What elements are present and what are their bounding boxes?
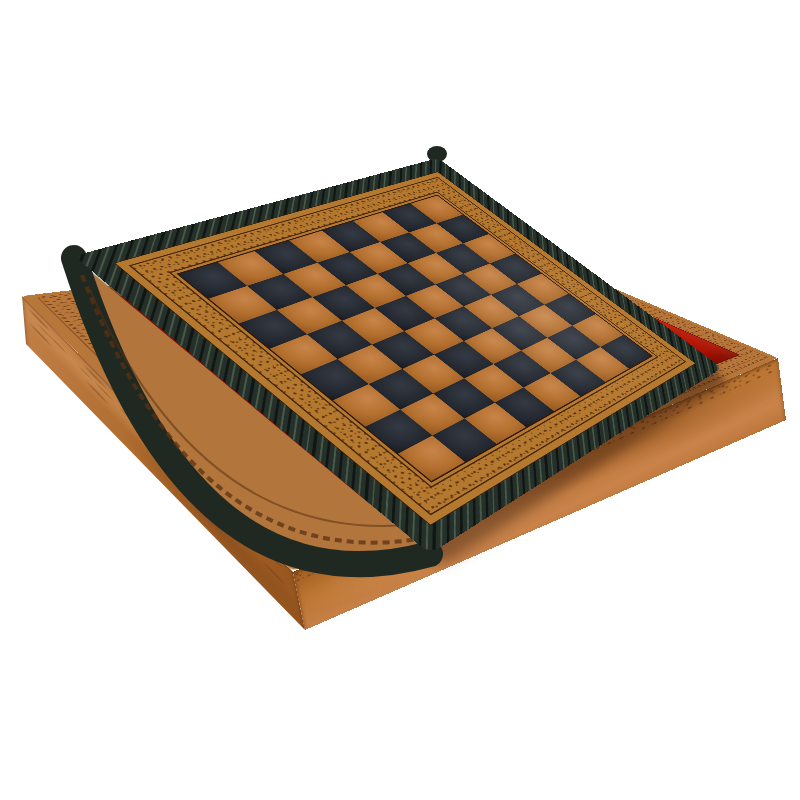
scene (0, 0, 800, 800)
